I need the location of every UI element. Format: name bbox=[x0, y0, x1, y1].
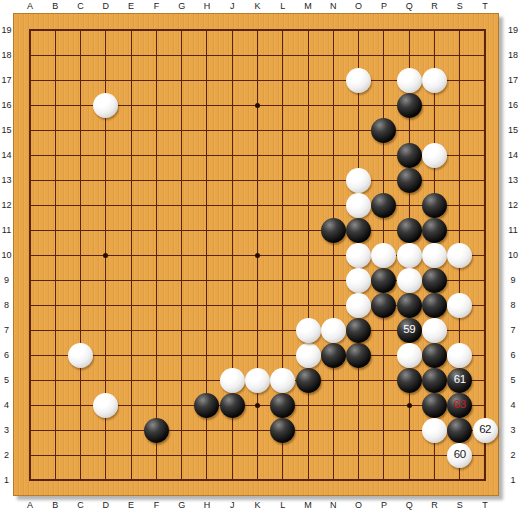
stone-white-J5 bbox=[220, 368, 245, 393]
stone-white-Q9 bbox=[397, 268, 422, 293]
stone-black-S5: 61 bbox=[447, 368, 472, 393]
coord-label-right-19: 19 bbox=[503, 25, 523, 36]
coord-label-top-B: B bbox=[45, 1, 65, 12]
stone-white-L5 bbox=[270, 368, 295, 393]
stone-white-S8 bbox=[447, 293, 472, 318]
coord-label-bottom-D: D bbox=[96, 500, 116, 511]
coord-label-right-11: 11 bbox=[503, 225, 523, 236]
go-board[interactable]: 5961636260 bbox=[13, 13, 499, 496]
stone-black-J4 bbox=[220, 393, 245, 418]
coord-label-right-14: 14 bbox=[503, 150, 523, 161]
coord-label-left-5: 5 bbox=[0, 375, 13, 386]
stone-black-L4 bbox=[270, 393, 295, 418]
coord-label-right-12: 12 bbox=[503, 200, 523, 211]
stone-black-S3 bbox=[447, 418, 472, 443]
coord-label-right-7: 7 bbox=[503, 325, 523, 336]
coord-label-right-5: 5 bbox=[503, 375, 523, 386]
stone-black-P8 bbox=[371, 293, 396, 318]
coord-label-top-J: J bbox=[222, 1, 242, 12]
stone-white-R17 bbox=[422, 68, 447, 93]
stone-white-S2: 60 bbox=[447, 443, 472, 468]
coord-label-right-2: 2 bbox=[503, 450, 523, 461]
coord-label-bottom-C: C bbox=[71, 500, 91, 511]
move-number-59: 59 bbox=[397, 318, 422, 343]
grid-line-horizontal bbox=[29, 430, 486, 431]
coord-label-bottom-L: L bbox=[273, 500, 293, 511]
coord-label-bottom-R: R bbox=[424, 500, 444, 511]
coord-label-bottom-H: H bbox=[197, 500, 217, 511]
stone-white-Q10 bbox=[397, 243, 422, 268]
stone-black-F3 bbox=[144, 418, 169, 443]
stone-black-M5 bbox=[296, 368, 321, 393]
coord-label-bottom-O: O bbox=[349, 500, 369, 511]
coord-label-bottom-Q: Q bbox=[399, 500, 419, 511]
stone-white-T3: 62 bbox=[473, 418, 498, 443]
stone-black-O7 bbox=[346, 318, 371, 343]
coord-label-top-F: F bbox=[146, 1, 166, 12]
coord-label-top-R: R bbox=[424, 1, 444, 12]
coord-label-left-9: 9 bbox=[0, 275, 13, 286]
coord-label-bottom-T: T bbox=[475, 500, 495, 511]
stone-white-C6 bbox=[68, 343, 93, 368]
coord-label-top-S: S bbox=[450, 1, 470, 12]
coord-label-left-18: 18 bbox=[0, 50, 13, 61]
coord-label-left-2: 2 bbox=[0, 450, 13, 461]
stone-white-R3 bbox=[422, 418, 447, 443]
stone-white-O12 bbox=[346, 193, 371, 218]
star-point-K4 bbox=[255, 403, 260, 408]
coord-label-top-C: C bbox=[71, 1, 91, 12]
stone-white-Q17 bbox=[397, 68, 422, 93]
stone-white-Q6 bbox=[397, 343, 422, 368]
coord-label-top-D: D bbox=[96, 1, 116, 12]
coord-label-left-6: 6 bbox=[0, 350, 13, 361]
coord-label-left-14: 14 bbox=[0, 150, 13, 161]
coord-label-bottom-K: K bbox=[248, 500, 268, 511]
coord-label-bottom-A: A bbox=[20, 500, 40, 511]
coord-label-left-12: 12 bbox=[0, 200, 13, 211]
stone-black-R5 bbox=[422, 368, 447, 393]
stone-black-Q11 bbox=[397, 218, 422, 243]
coord-label-bottom-S: S bbox=[450, 500, 470, 511]
stone-black-Q14 bbox=[397, 143, 422, 168]
coord-label-right-9: 9 bbox=[503, 275, 523, 286]
stone-black-Q13 bbox=[397, 168, 422, 193]
grid-line-vertical bbox=[308, 29, 309, 481]
stone-white-S6 bbox=[447, 343, 472, 368]
coord-label-left-15: 15 bbox=[0, 125, 13, 136]
coord-label-right-10: 10 bbox=[503, 250, 523, 261]
coord-label-left-17: 17 bbox=[0, 75, 13, 86]
stone-white-O8 bbox=[346, 293, 371, 318]
stone-white-O10 bbox=[346, 243, 371, 268]
coord-label-top-P: P bbox=[374, 1, 394, 12]
stone-white-O9 bbox=[346, 268, 371, 293]
stone-black-Q7: 59 bbox=[397, 318, 422, 343]
coord-label-top-N: N bbox=[323, 1, 343, 12]
stone-white-R7 bbox=[422, 318, 447, 343]
move-number-62: 62 bbox=[473, 418, 498, 443]
stone-black-R4 bbox=[422, 393, 447, 418]
coord-label-top-M: M bbox=[298, 1, 318, 12]
stone-black-H4 bbox=[194, 393, 219, 418]
stone-black-Q16 bbox=[397, 93, 422, 118]
star-point-Q4 bbox=[407, 403, 412, 408]
coord-label-bottom-J: J bbox=[222, 500, 242, 511]
star-point-K16 bbox=[255, 103, 260, 108]
stone-white-O17 bbox=[346, 68, 371, 93]
coord-label-top-H: H bbox=[197, 1, 217, 12]
coord-label-left-1: 1 bbox=[0, 475, 13, 486]
coord-label-bottom-P: P bbox=[374, 500, 394, 511]
coord-label-bottom-G: G bbox=[172, 500, 192, 511]
stone-white-R14 bbox=[422, 143, 447, 168]
stone-black-O6 bbox=[346, 343, 371, 368]
coord-label-right-18: 18 bbox=[503, 50, 523, 61]
stone-black-P12 bbox=[371, 193, 396, 218]
stone-black-P9 bbox=[371, 268, 396, 293]
grid-line-horizontal bbox=[29, 479, 486, 481]
stone-black-Q8 bbox=[397, 293, 422, 318]
coord-label-left-10: 10 bbox=[0, 250, 13, 261]
coord-label-left-4: 4 bbox=[0, 400, 13, 411]
coord-label-right-16: 16 bbox=[503, 100, 523, 111]
coord-label-right-8: 8 bbox=[503, 300, 523, 311]
move-number-61: 61 bbox=[447, 368, 472, 393]
move-number-63: 63 bbox=[447, 393, 472, 418]
grid-line-vertical bbox=[333, 29, 334, 481]
coord-label-left-8: 8 bbox=[0, 300, 13, 311]
coord-label-top-O: O bbox=[349, 1, 369, 12]
coord-label-left-16: 16 bbox=[0, 100, 13, 111]
stone-white-D16 bbox=[93, 93, 118, 118]
coord-label-top-E: E bbox=[121, 1, 141, 12]
stone-white-D4 bbox=[93, 393, 118, 418]
coord-label-left-19: 19 bbox=[0, 25, 13, 36]
stone-black-R11 bbox=[422, 218, 447, 243]
stone-black-R6 bbox=[422, 343, 447, 368]
star-point-K10 bbox=[255, 253, 260, 258]
coord-label-right-4: 4 bbox=[503, 400, 523, 411]
coord-label-top-Q: Q bbox=[399, 1, 419, 12]
grid-line-vertical bbox=[484, 29, 486, 481]
coord-label-right-13: 13 bbox=[503, 175, 523, 186]
stone-black-R8 bbox=[422, 293, 447, 318]
coord-label-right-17: 17 bbox=[503, 75, 523, 86]
stone-black-O11 bbox=[346, 218, 371, 243]
grid-line-horizontal bbox=[29, 455, 486, 456]
stone-black-R9 bbox=[422, 268, 447, 293]
coord-label-bottom-N: N bbox=[323, 500, 343, 511]
coord-label-top-L: L bbox=[273, 1, 293, 12]
coord-label-top-G: G bbox=[172, 1, 192, 12]
stone-black-R12 bbox=[422, 193, 447, 218]
stone-white-M6 bbox=[296, 343, 321, 368]
coord-label-right-15: 15 bbox=[503, 125, 523, 136]
stone-white-K5 bbox=[245, 368, 270, 393]
stone-black-L3 bbox=[270, 418, 295, 443]
go-board-viewer: 5961636260 AABBCCDDEEFFGGHHJJKKLLMMNNOOP… bbox=[0, 0, 524, 515]
move-number-60: 60 bbox=[447, 443, 472, 468]
stone-black-P15 bbox=[371, 118, 396, 143]
star-point-D10 bbox=[103, 253, 108, 258]
stone-black-N11 bbox=[321, 218, 346, 243]
coord-label-bottom-E: E bbox=[121, 500, 141, 511]
stone-white-R10 bbox=[422, 243, 447, 268]
stone-white-M7 bbox=[296, 318, 321, 343]
coord-label-left-3: 3 bbox=[0, 425, 13, 436]
stone-white-P10 bbox=[371, 243, 396, 268]
stone-black-N6 bbox=[321, 343, 346, 368]
coord-label-left-11: 11 bbox=[0, 225, 13, 236]
coord-label-right-3: 3 bbox=[503, 425, 523, 436]
coord-label-top-A: A bbox=[20, 1, 40, 12]
coord-label-bottom-M: M bbox=[298, 500, 318, 511]
coord-label-bottom-F: F bbox=[146, 500, 166, 511]
coord-label-left-13: 13 bbox=[0, 175, 13, 186]
stone-black-Q5 bbox=[397, 368, 422, 393]
coord-label-left-7: 7 bbox=[0, 325, 13, 336]
stone-white-N7 bbox=[321, 318, 346, 343]
coord-label-right-1: 1 bbox=[503, 475, 523, 486]
stone-white-O13 bbox=[346, 168, 371, 193]
stone-white-S10 bbox=[447, 243, 472, 268]
stone-black-S4: 63 bbox=[447, 393, 472, 418]
coord-label-top-T: T bbox=[475, 1, 495, 12]
coord-label-top-K: K bbox=[248, 1, 268, 12]
coord-label-right-6: 6 bbox=[503, 350, 523, 361]
coord-label-bottom-B: B bbox=[45, 500, 65, 511]
